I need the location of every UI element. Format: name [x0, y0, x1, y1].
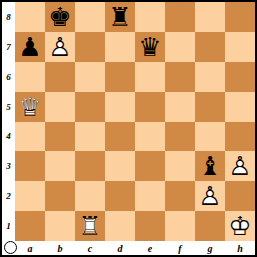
square-c5[interactable] [75, 92, 105, 122]
rank-labels: 87654321 [2, 2, 15, 241]
square-e2[interactable] [135, 181, 165, 211]
white-pawn[interactable]: ♟♙ [195, 181, 225, 211]
piece-glyph: ♚ [45, 2, 75, 32]
file-label-a: a [15, 241, 45, 255]
chess-diagram: 87654321 ♚♜♟♟♙♛♛♕♝♟♙♟♙♜♖♚♔ abcdefgh [0, 0, 257, 257]
piece-glyph: ♜ [105, 2, 135, 32]
square-h5[interactable] [225, 92, 255, 122]
square-g8[interactable] [195, 2, 225, 32]
square-b4[interactable] [45, 122, 75, 152]
square-c8[interactable] [75, 2, 105, 32]
black-queen[interactable]: ♛ [135, 32, 165, 62]
square-e1[interactable] [135, 211, 165, 241]
white-to-move-circle-icon [4, 241, 17, 254]
square-b7[interactable]: ♟♙ [45, 32, 75, 62]
rank-label-5: 5 [2, 92, 15, 122]
file-label-c: c [75, 241, 105, 255]
square-d8[interactable]: ♜ [105, 2, 135, 32]
square-a8[interactable] [15, 2, 45, 32]
square-d5[interactable] [105, 92, 135, 122]
black-bishop[interactable]: ♝ [195, 151, 225, 181]
square-h1[interactable]: ♚♔ [225, 211, 255, 241]
square-h4[interactable] [225, 122, 255, 152]
square-e5[interactable] [135, 92, 165, 122]
rank-label-3: 3 [2, 151, 15, 181]
black-rook[interactable]: ♜ [105, 2, 135, 32]
square-d6[interactable] [105, 62, 135, 92]
file-label-g: g [195, 241, 225, 255]
piece-outline: ♔ [225, 211, 255, 241]
rank-label-4: 4 [2, 122, 15, 152]
square-c3[interactable] [75, 151, 105, 181]
square-b8[interactable]: ♚ [45, 2, 75, 32]
rank-label-1: 1 [2, 211, 15, 241]
square-b2[interactable] [45, 181, 75, 211]
square-d4[interactable] [105, 122, 135, 152]
rank-label-6: 6 [2, 62, 15, 92]
file-label-f: f [165, 241, 195, 255]
square-f1[interactable] [165, 211, 195, 241]
chess-board: ♚♜♟♟♙♛♛♕♝♟♙♟♙♜♖♚♔ [15, 2, 255, 241]
square-e7[interactable]: ♛ [135, 32, 165, 62]
white-king[interactable]: ♚♔ [225, 211, 255, 241]
square-c2[interactable] [75, 181, 105, 211]
square-g2[interactable]: ♟♙ [195, 181, 225, 211]
piece-glyph: ♟ [15, 32, 45, 62]
square-f2[interactable] [165, 181, 195, 211]
square-b5[interactable] [45, 92, 75, 122]
square-c6[interactable] [75, 62, 105, 92]
piece-outline: ♕ [15, 92, 45, 122]
square-f3[interactable] [165, 151, 195, 181]
square-a1[interactable] [15, 211, 45, 241]
square-d2[interactable] [105, 181, 135, 211]
file-labels: abcdefgh [15, 241, 255, 255]
square-f4[interactable] [165, 122, 195, 152]
square-c7[interactable] [75, 32, 105, 62]
white-queen[interactable]: ♛♕ [15, 92, 45, 122]
square-f6[interactable] [165, 62, 195, 92]
square-a3[interactable] [15, 151, 45, 181]
square-g3[interactable]: ♝ [195, 151, 225, 181]
piece-outline: ♙ [225, 151, 255, 181]
square-a6[interactable] [15, 62, 45, 92]
square-h3[interactable]: ♟♙ [225, 151, 255, 181]
file-label-e: e [135, 241, 165, 255]
square-a5[interactable]: ♛♕ [15, 92, 45, 122]
square-d7[interactable] [105, 32, 135, 62]
square-f8[interactable] [165, 2, 195, 32]
square-a2[interactable] [15, 181, 45, 211]
square-b6[interactable] [45, 62, 75, 92]
square-a4[interactable] [15, 122, 45, 152]
piece-outline: ♙ [45, 32, 75, 62]
file-label-d: d [105, 241, 135, 255]
square-a7[interactable]: ♟ [15, 32, 45, 62]
piece-glyph: ♛ [135, 32, 165, 62]
white-pawn[interactable]: ♟♙ [45, 32, 75, 62]
black-king[interactable]: ♚ [45, 2, 75, 32]
square-h6[interactable] [225, 62, 255, 92]
square-g1[interactable] [195, 211, 225, 241]
square-e8[interactable] [135, 2, 165, 32]
square-b3[interactable] [45, 151, 75, 181]
square-e4[interactable] [135, 122, 165, 152]
square-f7[interactable] [165, 32, 195, 62]
rank-label-2: 2 [2, 181, 15, 211]
square-g7[interactable] [195, 32, 225, 62]
square-h2[interactable] [225, 181, 255, 211]
square-d3[interactable] [105, 151, 135, 181]
square-f5[interactable] [165, 92, 195, 122]
piece-outline: ♖ [75, 211, 105, 241]
square-h7[interactable] [225, 32, 255, 62]
black-pawn[interactable]: ♟ [15, 32, 45, 62]
square-g6[interactable] [195, 62, 225, 92]
white-pawn[interactable]: ♟♙ [225, 151, 255, 181]
white-rook[interactable]: ♜♖ [75, 211, 105, 241]
square-g5[interactable] [195, 92, 225, 122]
square-c4[interactable] [75, 122, 105, 152]
piece-glyph: ♝ [195, 151, 225, 181]
file-label-b: b [45, 241, 75, 255]
piece-outline: ♙ [195, 181, 225, 211]
square-h8[interactable] [225, 2, 255, 32]
square-d1[interactable] [105, 211, 135, 241]
square-e6[interactable] [135, 62, 165, 92]
rank-label-8: 8 [2, 2, 15, 32]
square-c1[interactable]: ♜♖ [75, 211, 105, 241]
rank-label-7: 7 [2, 32, 15, 62]
square-g4[interactable] [195, 122, 225, 152]
square-e3[interactable] [135, 151, 165, 181]
file-label-h: h [225, 241, 255, 255]
square-b1[interactable] [45, 211, 75, 241]
